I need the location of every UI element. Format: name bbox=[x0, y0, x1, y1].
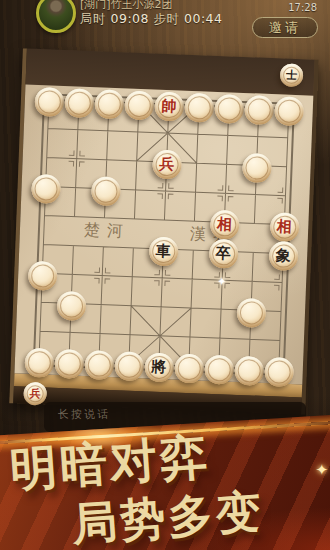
piece-相[interactable]: 相 bbox=[209, 210, 239, 240]
piece-象[interactable]: 象 bbox=[268, 241, 298, 271]
hidden-piece[interactable] bbox=[34, 87, 64, 117]
last-move-sparkle-icon: ✦ bbox=[216, 276, 228, 288]
move-time-value: 00:44 bbox=[184, 11, 223, 26]
match-header: [湖门]竹王小源2团 局时 09:08 步时 00:44 17:28 邀请 bbox=[0, 0, 330, 52]
hidden-piece[interactable] bbox=[27, 261, 57, 291]
river-label-left: 楚河 bbox=[84, 220, 131, 243]
board-grid bbox=[14, 85, 313, 385]
game-screen: [湖门]竹王小源2团 局时 09:08 步时 00:44 17:28 邀请 士 … bbox=[0, 0, 330, 550]
hidden-piece[interactable] bbox=[214, 94, 244, 124]
banner-title-line2: 局势多变 bbox=[70, 481, 266, 550]
hidden-piece[interactable] bbox=[236, 298, 266, 328]
piece-兵[interactable]: 兵 bbox=[152, 150, 182, 180]
hidden-piece[interactable] bbox=[264, 357, 294, 387]
sparkle-icon: ✦ bbox=[315, 461, 328, 479]
player-avatar[interactable] bbox=[36, 0, 76, 33]
hidden-piece[interactable] bbox=[124, 90, 154, 120]
move-time-label: 步时 bbox=[154, 11, 180, 26]
hidden-piece[interactable] bbox=[114, 351, 144, 381]
board-surface[interactable]: 楚河 漢界 帥兵相相車卒象將✦ bbox=[14, 85, 313, 385]
hidden-piece[interactable] bbox=[274, 96, 304, 126]
xiangqi-board: 士 楚河 漢界 帥兵相相車卒象將✦ 兵 bbox=[9, 48, 318, 414]
captured-piece-advisor: 士 bbox=[280, 63, 304, 87]
hidden-piece[interactable] bbox=[184, 93, 214, 123]
hidden-piece[interactable] bbox=[241, 153, 271, 183]
promo-banner[interactable]: 明暗对弈 局势多变 ✦ bbox=[0, 415, 330, 550]
hidden-piece[interactable] bbox=[64, 88, 94, 118]
invite-button[interactable]: 邀请 bbox=[252, 17, 318, 38]
game-time-label: 局时 bbox=[80, 11, 106, 26]
hidden-piece[interactable] bbox=[90, 176, 120, 206]
piece-帥[interactable]: 帥 bbox=[154, 92, 184, 122]
game-time-value: 09:08 bbox=[110, 11, 149, 26]
system-clock: 17:28 bbox=[288, 2, 317, 13]
hidden-piece[interactable] bbox=[84, 350, 114, 380]
piece-相[interactable]: 相 bbox=[269, 212, 299, 242]
match-timers: 局时 09:08 步时 00:44 bbox=[80, 11, 223, 28]
hidden-piece[interactable] bbox=[234, 356, 264, 386]
hidden-piece[interactable] bbox=[24, 348, 54, 378]
hidden-piece[interactable] bbox=[174, 354, 204, 384]
hidden-piece[interactable] bbox=[56, 291, 86, 321]
hidden-piece[interactable] bbox=[54, 349, 84, 379]
